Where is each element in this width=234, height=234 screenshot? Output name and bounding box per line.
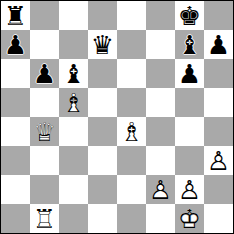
square-e4[interactable]: ♝♗ <box>117 117 146 146</box>
square-e3[interactable] <box>117 146 146 175</box>
square-e5[interactable] <box>117 88 146 117</box>
square-a5[interactable] <box>1 88 30 117</box>
square-c1[interactable] <box>59 204 88 233</box>
black-pawn: ♟ <box>1 30 30 59</box>
square-h4[interactable] <box>204 117 233 146</box>
square-b4[interactable]: ♛♕ <box>30 117 59 146</box>
square-b7[interactable] <box>30 30 59 59</box>
square-a3[interactable] <box>1 146 30 175</box>
square-f6[interactable] <box>146 59 175 88</box>
square-g4[interactable] <box>175 117 204 146</box>
square-d2[interactable] <box>88 175 117 204</box>
white-rook: ♜♖ <box>30 204 59 233</box>
square-d5[interactable] <box>88 88 117 117</box>
chess-board-frame: ♜♚♟♛♝♟♟♝♟♝♗♛♕♝♗♟♙♟♙♟♙♜♖♚♔ <box>0 0 234 234</box>
square-f5[interactable] <box>146 88 175 117</box>
square-b1[interactable]: ♜♖ <box>30 204 59 233</box>
square-g7[interactable]: ♝ <box>175 30 204 59</box>
square-a1[interactable] <box>1 204 30 233</box>
black-queen: ♛ <box>88 30 117 59</box>
square-c2[interactable] <box>59 175 88 204</box>
square-d8[interactable] <box>88 1 117 30</box>
square-h6[interactable] <box>204 59 233 88</box>
square-e6[interactable] <box>117 59 146 88</box>
white-pawn: ♟♙ <box>204 146 233 175</box>
square-e8[interactable] <box>117 1 146 30</box>
square-f1[interactable] <box>146 204 175 233</box>
black-king: ♚ <box>175 1 204 30</box>
square-b8[interactable] <box>30 1 59 30</box>
square-d4[interactable] <box>88 117 117 146</box>
square-f3[interactable] <box>146 146 175 175</box>
white-king: ♚♔ <box>175 204 204 233</box>
square-h8[interactable] <box>204 1 233 30</box>
square-c8[interactable] <box>59 1 88 30</box>
square-d3[interactable] <box>88 146 117 175</box>
white-queen: ♛♕ <box>30 117 59 146</box>
square-f7[interactable] <box>146 30 175 59</box>
square-f4[interactable] <box>146 117 175 146</box>
black-pawn: ♟ <box>30 59 59 88</box>
square-c6[interactable]: ♝ <box>59 59 88 88</box>
square-g3[interactable] <box>175 146 204 175</box>
white-pawn: ♟♙ <box>146 175 175 204</box>
black-rook: ♜ <box>1 1 30 30</box>
square-h2[interactable] <box>204 175 233 204</box>
black-pawn: ♟ <box>204 30 233 59</box>
square-a6[interactable] <box>1 59 30 88</box>
chess-board: ♜♚♟♛♝♟♟♝♟♝♗♛♕♝♗♟♙♟♙♟♙♜♖♚♔ <box>1 1 233 233</box>
square-d1[interactable] <box>88 204 117 233</box>
square-g1[interactable]: ♚♔ <box>175 204 204 233</box>
square-a8[interactable]: ♜ <box>1 1 30 30</box>
square-g2[interactable]: ♟♙ <box>175 175 204 204</box>
square-b5[interactable] <box>30 88 59 117</box>
square-b2[interactable] <box>30 175 59 204</box>
square-f8[interactable] <box>146 1 175 30</box>
square-h1[interactable] <box>204 204 233 233</box>
square-g6[interactable]: ♟ <box>175 59 204 88</box>
white-bishop: ♝♗ <box>59 88 88 117</box>
square-a7[interactable]: ♟ <box>1 30 30 59</box>
square-c5[interactable]: ♝♗ <box>59 88 88 117</box>
square-f2[interactable]: ♟♙ <box>146 175 175 204</box>
square-h5[interactable] <box>204 88 233 117</box>
square-c3[interactable] <box>59 146 88 175</box>
square-c7[interactable] <box>59 30 88 59</box>
square-e2[interactable] <box>117 175 146 204</box>
square-g8[interactable]: ♚ <box>175 1 204 30</box>
square-a4[interactable] <box>1 117 30 146</box>
square-h3[interactable]: ♟♙ <box>204 146 233 175</box>
white-bishop: ♝♗ <box>117 117 146 146</box>
square-g5[interactable] <box>175 88 204 117</box>
white-pawn: ♟♙ <box>175 175 204 204</box>
square-d7[interactable]: ♛ <box>88 30 117 59</box>
square-h7[interactable]: ♟ <box>204 30 233 59</box>
square-e1[interactable] <box>117 204 146 233</box>
square-a2[interactable] <box>1 175 30 204</box>
square-b3[interactable] <box>30 146 59 175</box>
square-e7[interactable] <box>117 30 146 59</box>
square-c4[interactable] <box>59 117 88 146</box>
square-b6[interactable]: ♟ <box>30 59 59 88</box>
black-bishop: ♝ <box>175 30 204 59</box>
black-bishop: ♝ <box>59 59 88 88</box>
black-pawn: ♟ <box>175 59 204 88</box>
square-d6[interactable] <box>88 59 117 88</box>
